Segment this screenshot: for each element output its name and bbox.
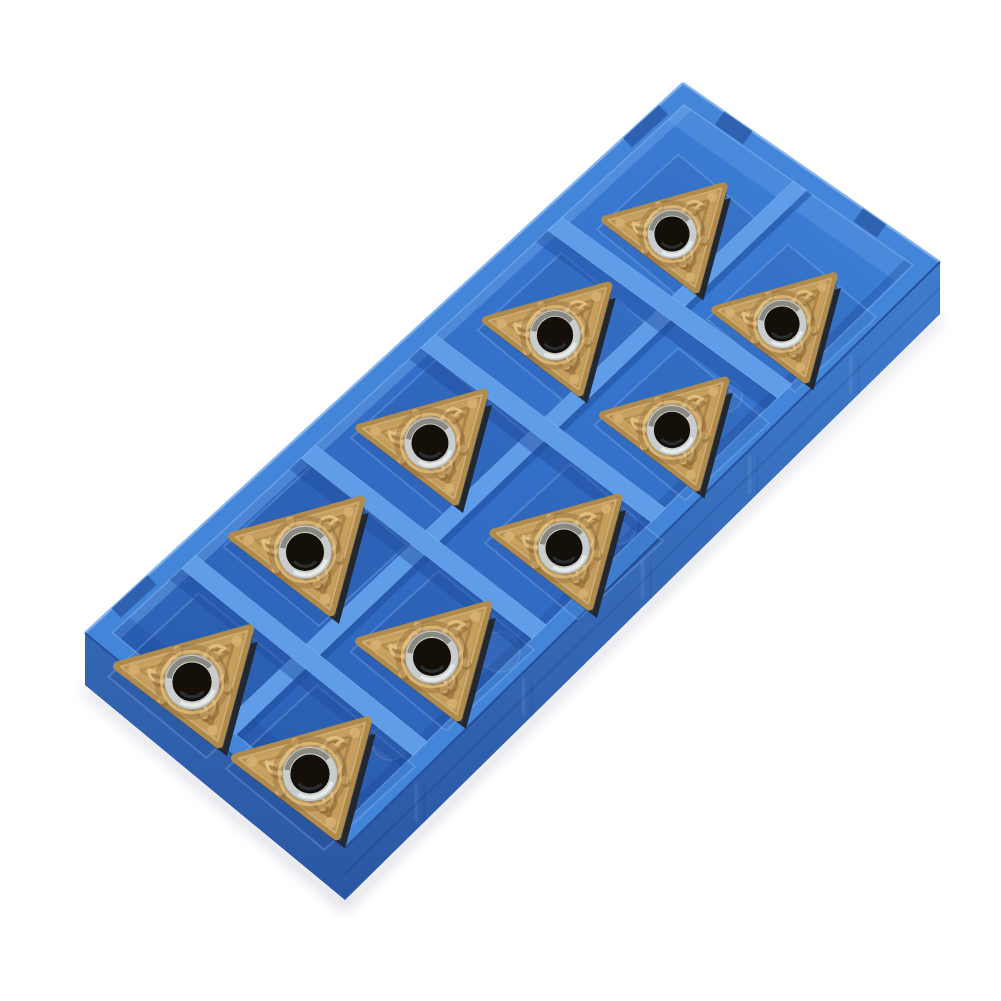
- corner-bump: [725, 308, 735, 318]
- corner-bump: [129, 664, 140, 675]
- corner-bump: [497, 319, 507, 329]
- corner-bump: [707, 192, 717, 202]
- product-photo: [0, 0, 1001, 1001]
- corner-bump: [207, 725, 218, 736]
- corner-bump: [231, 635, 242, 646]
- corner-bump: [247, 756, 258, 767]
- corner-bump: [708, 387, 718, 397]
- corner-bump: [686, 469, 696, 479]
- corner-bump: [349, 727, 360, 738]
- corner-bump: [504, 531, 514, 541]
- corner-bump: [569, 374, 579, 384]
- corner-bump: [244, 535, 254, 545]
- corner-bump: [445, 483, 455, 493]
- corner-bump: [447, 698, 457, 708]
- corner-bump: [614, 414, 624, 424]
- corner-bump: [370, 426, 380, 436]
- corner-bump: [467, 399, 477, 409]
- scene-svg: [0, 0, 1001, 1001]
- corner-bump: [470, 612, 480, 622]
- corner-bump: [343, 507, 353, 517]
- corner-bump: [371, 640, 381, 650]
- corner-bump: [615, 218, 625, 228]
- corner-bump: [320, 593, 330, 603]
- corner-bump: [601, 504, 611, 514]
- corner-bump: [579, 588, 589, 598]
- corner-bump: [591, 292, 601, 302]
- corner-bump: [817, 282, 827, 292]
- corner-bump: [325, 817, 336, 828]
- corner-bump: [796, 362, 806, 372]
- corner-bump: [686, 272, 696, 282]
